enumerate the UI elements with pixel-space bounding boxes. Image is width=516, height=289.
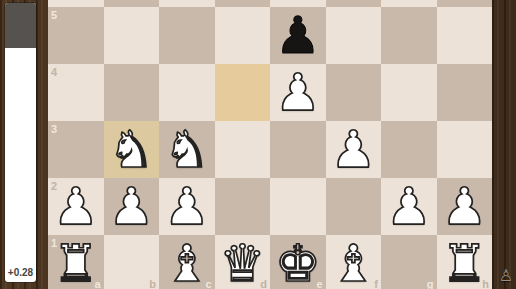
square-a4[interactable]: 4 <box>48 64 104 121</box>
square-e2[interactable] <box>270 178 326 235</box>
square-g6[interactable] <box>381 0 437 7</box>
white-bishop-c1[interactable]: ♝ <box>159 235 215 289</box>
white-rook-a1[interactable]: ♜ <box>48 235 104 289</box>
file-label-b: b <box>149 279 156 289</box>
white-queen-d1[interactable]: ♛ <box>215 235 271 289</box>
square-f6[interactable]: ♞ <box>326 0 382 7</box>
square-c4[interactable] <box>159 64 215 121</box>
square-f5[interactable] <box>326 7 382 64</box>
square-c3[interactable]: ♞ <box>159 121 215 178</box>
square-g1[interactable]: g <box>381 235 437 289</box>
square-b2[interactable]: ♟ <box>104 178 160 235</box>
square-h4[interactable] <box>437 64 493 121</box>
white-pawn-h2[interactable]: ♟ <box>437 178 493 235</box>
square-f4[interactable] <box>326 64 382 121</box>
square-g2[interactable]: ♟ <box>381 178 437 235</box>
square-d6[interactable]: ♝ <box>215 0 271 7</box>
square-h3[interactable] <box>437 121 493 178</box>
square-a1[interactable]: 1a♜ <box>48 235 104 289</box>
square-h2[interactable]: ♟ <box>437 178 493 235</box>
evaluation-bar: +0.28 <box>5 3 36 282</box>
pawn-icon[interactable]: ♙ <box>497 265 515 285</box>
square-d5[interactable] <box>215 7 271 64</box>
square-g5[interactable] <box>381 7 437 64</box>
rank-label-3: 3 <box>51 124 57 135</box>
square-b4[interactable] <box>104 64 160 121</box>
white-pawn-a2[interactable]: ♟ <box>48 178 104 235</box>
white-rook-h1[interactable]: ♜ <box>437 235 493 289</box>
square-f1[interactable]: f♝ <box>326 235 382 289</box>
square-f2[interactable] <box>326 178 382 235</box>
white-pawn-e4[interactable]: ♟ <box>270 64 326 121</box>
square-a2[interactable]: 2♟ <box>48 178 104 235</box>
black-knight-f6[interactable]: ♞ <box>326 0 382 7</box>
square-c5[interactable] <box>159 7 215 64</box>
white-pawn-b2[interactable]: ♟ <box>104 178 160 235</box>
rank-label-5: 5 <box>51 10 57 21</box>
square-b6[interactable] <box>104 0 160 7</box>
square-h1[interactable]: h♜ <box>437 235 493 289</box>
square-e1[interactable]: e♚ <box>270 235 326 289</box>
square-d2[interactable] <box>215 178 271 235</box>
file-label-g: g <box>427 279 434 289</box>
square-d3[interactable] <box>215 121 271 178</box>
square-b3[interactable]: ♞ <box>104 121 160 178</box>
white-pawn-f3[interactable]: ♟ <box>326 121 382 178</box>
white-knight-b3[interactable]: ♞ <box>104 121 160 178</box>
square-c1[interactable]: c♝ <box>159 235 215 289</box>
chess-board[interactable]: ♞♝♞5♟4♟3♞♞♟2♟♟♟♟♟1a♜bc♝d♛e♚f♝gh♜ <box>48 0 492 289</box>
rank-label-4: 4 <box>51 67 57 78</box>
square-g4[interactable] <box>381 64 437 121</box>
black-knight-c6[interactable]: ♞ <box>159 0 215 7</box>
black-pawn-e5[interactable]: ♟ <box>270 7 326 64</box>
evaluation-bar-black-segment <box>5 3 36 48</box>
square-h5[interactable] <box>437 7 493 64</box>
square-e4[interactable]: ♟ <box>270 64 326 121</box>
white-knight-c3[interactable]: ♞ <box>159 121 215 178</box>
square-a6[interactable] <box>48 0 104 7</box>
square-d4[interactable] <box>215 64 271 121</box>
app-screen: +0.28 ♞♝♞5♟4♟3♞♞♟2♟♟♟♟♟1a♜bc♝d♛e♚f♝gh♜ ♙ <box>0 0 516 289</box>
square-c2[interactable]: ♟ <box>159 178 215 235</box>
square-f3[interactable]: ♟ <box>326 121 382 178</box>
square-e5[interactable]: ♟ <box>270 7 326 64</box>
square-e3[interactable] <box>270 121 326 178</box>
white-bishop-f1[interactable]: ♝ <box>326 235 382 289</box>
square-b5[interactable] <box>104 7 160 64</box>
black-bishop-d6[interactable]: ♝ <box>215 0 271 7</box>
white-pawn-c2[interactable]: ♟ <box>159 178 215 235</box>
square-a5[interactable]: 5 <box>48 7 104 64</box>
white-pawn-g2[interactable]: ♟ <box>381 178 437 235</box>
square-d1[interactable]: d♛ <box>215 235 271 289</box>
square-a3[interactable]: 3 <box>48 121 104 178</box>
square-c6[interactable]: ♞ <box>159 0 215 7</box>
white-king-e1[interactable]: ♚ <box>270 235 326 289</box>
evaluation-score: +0.28 <box>5 267 36 278</box>
square-g3[interactable] <box>381 121 437 178</box>
square-h6[interactable] <box>437 0 493 7</box>
square-b1[interactable]: b <box>104 235 160 289</box>
